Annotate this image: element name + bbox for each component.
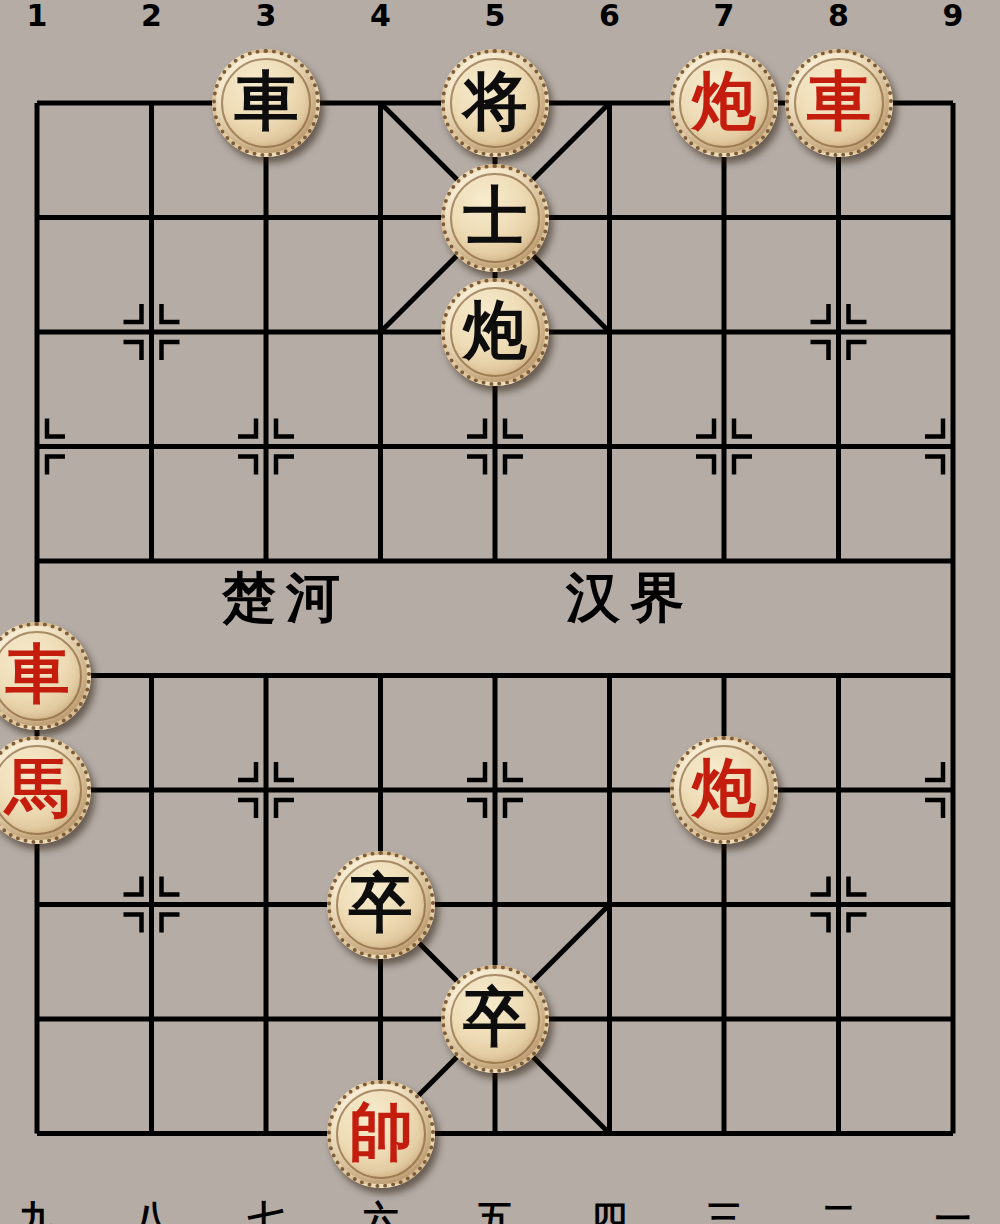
intersection-f3-r0: 車 — [209, 46, 324, 161]
intersection-f1-r6: 馬 — [0, 733, 95, 848]
red-cannon-glyph: 炮 — [692, 69, 756, 133]
top-file-label-5: 5 — [485, 1, 506, 31]
black-general-glyph: 将 — [463, 69, 527, 133]
intersection-f5-r1: 士 — [438, 161, 553, 276]
top-file-label-4: 4 — [370, 1, 391, 31]
intersection-f4-r9: 帥 — [324, 1077, 439, 1192]
red-horse-glyph: 馬 — [5, 756, 69, 820]
xiangqi-game-screen: 123456789 楚河 汉界 車将炮車士炮車馬炮卒卒帥 九八七六五四三二一 — [0, 0, 1000, 1224]
top-file-label-8: 8 — [828, 1, 849, 31]
intersection-f8-r0: 車 — [782, 46, 897, 161]
top-file-label-6: 6 — [599, 1, 620, 31]
top-file-label-9: 9 — [943, 1, 964, 31]
red-chariot-piece[interactable]: 車 — [0, 622, 91, 730]
intersection-f7-r6: 炮 — [667, 733, 782, 848]
red-general-piece[interactable]: 帥 — [327, 1080, 435, 1188]
bottom-file-label-1: 九 — [19, 1200, 55, 1224]
black-general-piece[interactable]: 将 — [441, 49, 549, 157]
intersection-f5-r8: 卒 — [438, 962, 553, 1077]
board: 車将炮車士炮車馬炮卒卒帥 — [0, 46, 1000, 1191]
bottom-file-label-3: 七 — [248, 1200, 284, 1224]
top-file-label-3: 3 — [256, 1, 277, 31]
red-chariot-glyph: 車 — [5, 642, 69, 706]
red-chariot-piece[interactable]: 車 — [785, 49, 893, 157]
red-chariot-glyph: 車 — [807, 69, 871, 133]
top-file-label-1: 1 — [27, 1, 48, 31]
black-soldier-piece[interactable]: 卒 — [327, 851, 435, 959]
intersection-f5-r2: 炮 — [438, 275, 553, 390]
bottom-file-label-9: 一 — [935, 1200, 971, 1224]
top-file-label-7: 7 — [714, 1, 735, 31]
red-horse-piece[interactable]: 馬 — [0, 736, 91, 844]
black-soldier-glyph: 卒 — [349, 871, 413, 935]
top-file-label-2: 2 — [141, 1, 162, 31]
black-soldier-glyph: 卒 — [463, 985, 527, 1049]
black-advisor-glyph: 士 — [463, 184, 527, 248]
black-cannon-glyph: 炮 — [463, 298, 527, 362]
bottom-file-label-4: 六 — [363, 1200, 399, 1224]
red-general-glyph: 帥 — [349, 1100, 413, 1164]
bottom-file-label-5: 五 — [477, 1200, 513, 1224]
intersection-f7-r0: 炮 — [667, 46, 782, 161]
black-advisor-piece[interactable]: 士 — [441, 164, 549, 272]
red-cannon-piece[interactable]: 炮 — [670, 736, 778, 844]
bottom-file-label-8: 二 — [821, 1200, 857, 1224]
bottom-file-label-2: 八 — [134, 1200, 170, 1224]
black-chariot-glyph: 車 — [234, 69, 298, 133]
bottom-file-label-7: 三 — [706, 1200, 742, 1224]
black-chariot-piece[interactable]: 車 — [212, 49, 320, 157]
intersection-f5-r0: 将 — [438, 46, 553, 161]
bottom-file-label-6: 四 — [592, 1200, 628, 1224]
intersection-f1-r5: 車 — [0, 619, 95, 734]
black-cannon-piece[interactable]: 炮 — [441, 278, 549, 386]
intersection-f4-r7: 卒 — [324, 848, 439, 963]
black-soldier-piece[interactable]: 卒 — [441, 965, 549, 1073]
red-cannon-piece[interactable]: 炮 — [670, 49, 778, 157]
red-cannon-glyph: 炮 — [692, 756, 756, 820]
